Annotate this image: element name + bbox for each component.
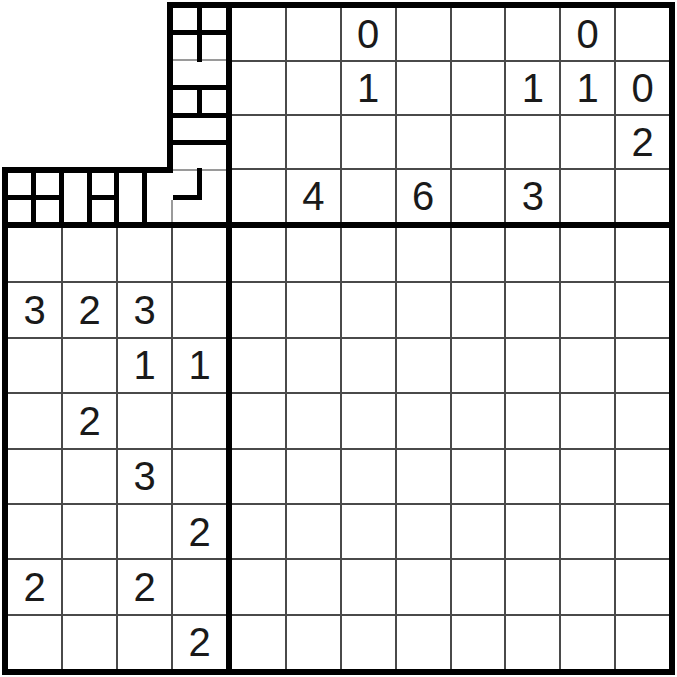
left-clue-cell-r2c3: 3: [118, 283, 171, 336]
grid-cell-r8c5[interactable]: [452, 616, 505, 669]
grid-cell-r1c7[interactable]: [561, 228, 614, 281]
top-clue-cell-r2c1: [232, 62, 285, 114]
legend-left-cross-hbar: [8, 195, 62, 200]
top-clue-cell-r4c6: 3: [506, 170, 559, 222]
border-grid-left: [226, 2, 232, 675]
left-clue-cell-r7c3: 2: [118, 560, 171, 613]
grid-cell-r5c1[interactable]: [232, 450, 285, 503]
top-clue-cell-r4c2: 4: [287, 170, 340, 222]
grid-cell-r2c4[interactable]: [397, 283, 450, 336]
top-clue-cell-r3c8: 2: [616, 116, 669, 168]
grid-cell-r3c8[interactable]: [616, 339, 669, 392]
left-clue-cell-r4c3: [118, 394, 171, 447]
grid-cell-r2c5[interactable]: [452, 283, 505, 336]
legend-top-straight-hbar: [173, 140, 226, 145]
grid-cell-r7c1[interactable]: [232, 560, 285, 613]
left-clue-cell-r6c4: 2: [173, 505, 226, 558]
left-clue-cell-r8c4: 2: [173, 616, 226, 669]
grid-cell-r7c4[interactable]: [397, 560, 450, 613]
grid-cell-r5c5[interactable]: [452, 450, 505, 503]
grid-cell-r1c5[interactable]: [452, 228, 505, 281]
grid-cell-r5c8[interactable]: [616, 450, 669, 503]
left-clue-area: 32311232222: [8, 228, 226, 669]
legend-left-divider-bar: [59, 173, 64, 222]
top-clue-cell-r2c5: [452, 62, 505, 114]
grid-cell-r4c7[interactable]: [561, 394, 614, 447]
grid-cell-r4c2[interactable]: [287, 394, 340, 447]
top-clue-cell-r3c7: [561, 116, 614, 168]
left-clue-cell-r2c4: [173, 283, 226, 336]
grid-cell-r7c7[interactable]: [561, 560, 614, 613]
border-right: [669, 2, 675, 675]
top-clue-cell-r4c5: [452, 170, 505, 222]
grid-cell-r8c1[interactable]: [232, 616, 285, 669]
top-clue-cell-r2c2: [287, 62, 340, 114]
left-clue-cell-r5c3: 3: [118, 450, 171, 503]
top-clue-cell-r2c3: 1: [342, 62, 395, 114]
left-clue-cell-r5c4: [173, 450, 226, 503]
grid-cell-r7c2[interactable]: [287, 560, 340, 613]
left-clue-cell-r6c2: [63, 505, 116, 558]
legend-left-divider-bar2: [114, 173, 119, 222]
play-grid: [232, 228, 669, 669]
grid-cell-r8c4[interactable]: [397, 616, 450, 669]
grid-cell-r4c1[interactable]: [232, 394, 285, 447]
border-left: [2, 167, 8, 675]
top-clue-cell-r3c4: [397, 116, 450, 168]
left-clue-cell-r7c4: [173, 560, 226, 613]
grid-cell-r7c6[interactable]: [506, 560, 559, 613]
grid-cell-r6c2[interactable]: [287, 505, 340, 558]
left-clue-cell-r1c4: [173, 228, 226, 281]
top-clue-cell-r1c4: [397, 8, 450, 60]
grid-cell-r7c5[interactable]: [452, 560, 505, 613]
left-clue-cell-r3c3: 1: [118, 339, 171, 392]
left-clue-cell-r4c1: [8, 394, 61, 447]
grid-cell-r6c6[interactable]: [506, 505, 559, 558]
grid-cell-r7c3[interactable]: [342, 560, 395, 613]
grid-cell-r5c4[interactable]: [397, 450, 450, 503]
grid-cell-r6c5[interactable]: [452, 505, 505, 558]
left-clue-cell-r4c2: 2: [63, 394, 116, 447]
grid-cell-r1c2[interactable]: [287, 228, 340, 281]
left-clue-cell-r8c2: [63, 616, 116, 669]
grid-cell-r8c8[interactable]: [616, 616, 669, 669]
top-clue-cell-r4c4: 6: [397, 170, 450, 222]
top-clue-cell-r2c8: 0: [616, 62, 669, 114]
left-clue-cell-r7c2: [63, 560, 116, 613]
border-step-horizontal: [2, 167, 173, 173]
legend-left-straight-vbar: [142, 173, 147, 222]
grid-cell-r1c4[interactable]: [397, 228, 450, 281]
left-clue-cell-r2c2: 2: [63, 283, 116, 336]
grid-cell-r2c8[interactable]: [616, 283, 669, 336]
top-clue-cell-r4c8: [616, 170, 669, 222]
left-clue-cell-r4c4: [173, 394, 226, 447]
grid-cell-r6c1[interactable]: [232, 505, 285, 558]
grid-cell-r3c7[interactable]: [561, 339, 614, 392]
legend-thin-line: [171, 200, 173, 222]
top-clue-cell-r1c3: 0: [342, 8, 395, 60]
grid-cell-r1c6[interactable]: [506, 228, 559, 281]
top-clue-cell-r2c7: 1: [561, 62, 614, 114]
top-clue-cell-r3c5: [452, 116, 505, 168]
left-clue-cell-r3c2: [63, 339, 116, 392]
left-clue-cell-r3c1: [8, 339, 61, 392]
grid-cell-r2c6[interactable]: [506, 283, 559, 336]
grid-cell-r8c3[interactable]: [342, 616, 395, 669]
grid-cell-r1c3[interactable]: [342, 228, 395, 281]
left-clue-cell-r5c2: [63, 450, 116, 503]
left-clue-cell-r1c1: [8, 228, 61, 281]
left-clue-cell-r6c1: [8, 505, 61, 558]
grid-cell-r5c7[interactable]: [561, 450, 614, 503]
grid-cell-r5c6[interactable]: [506, 450, 559, 503]
grid-cell-r3c1[interactable]: [232, 339, 285, 392]
grid-cell-r3c4[interactable]: [397, 339, 450, 392]
grid-cell-r3c6[interactable]: [506, 339, 559, 392]
border-step-vertical: [167, 2, 173, 173]
border-grid-top: [2, 222, 675, 228]
top-clue-cell-r1c1: [232, 8, 285, 60]
left-clue-cell-r5c1: [8, 450, 61, 503]
left-clue-cell-r3c4: 1: [173, 339, 226, 392]
left-clue-cell-r6c3: [118, 505, 171, 558]
legend-curve-hbar: [173, 195, 202, 200]
border-bottom: [2, 669, 675, 675]
grid-cell-r4c3[interactable]: [342, 394, 395, 447]
grid-cell-r6c3[interactable]: [342, 505, 395, 558]
legend-top-divider-bar: [173, 113, 226, 118]
grid-cell-r7c8[interactable]: [616, 560, 669, 613]
top-clue-cell-r1c7: 0: [561, 8, 614, 60]
left-clue-cell-r8c3: [118, 616, 171, 669]
top-clue-cell-r2c6: 1: [506, 62, 559, 114]
grid-cell-r4c5[interactable]: [452, 394, 505, 447]
legend-top-cross-vbar: [197, 8, 202, 62]
top-clue-cell-r4c3: [342, 170, 395, 222]
top-clue-cell-r4c1: [232, 170, 285, 222]
grid-cell-r1c1[interactable]: [232, 228, 285, 281]
top-clue-cell-r2c4: [397, 62, 450, 114]
left-clue-cell-r7c1: 2: [8, 560, 61, 613]
top-clue-area: 0011102463: [232, 8, 669, 222]
top-clue-cell-r4c7: [561, 170, 614, 222]
grid-cell-r2c2[interactable]: [287, 283, 340, 336]
grid-cell-r2c3[interactable]: [342, 283, 395, 336]
grid-cell-r6c4[interactable]: [397, 505, 450, 558]
grid-cell-r4c4[interactable]: [397, 394, 450, 447]
top-clue-cell-r3c3: [342, 116, 395, 168]
top-clue-cell-r1c2: [287, 8, 340, 60]
grid-cell-r2c7[interactable]: [561, 283, 614, 336]
grid-cell-r4c8[interactable]: [616, 394, 669, 447]
puzzle-board: 0011102463 32311232222: [0, 0, 677, 677]
grid-cell-r8c6[interactable]: [506, 616, 559, 669]
top-clue-cell-r3c2: [287, 116, 340, 168]
grid-cell-r4c6[interactable]: [506, 394, 559, 447]
grid-cell-r1c8[interactable]: [616, 228, 669, 281]
grid-cell-r6c7[interactable]: [561, 505, 614, 558]
top-clue-cell-r1c6: [506, 8, 559, 60]
grid-cell-r6c8[interactable]: [616, 505, 669, 558]
left-clue-cell-r1c3: [118, 228, 171, 281]
grid-cell-r5c3[interactable]: [342, 450, 395, 503]
left-clue-cell-r1c2: [63, 228, 116, 281]
grid-cell-r3c2[interactable]: [287, 339, 340, 392]
grid-cell-r5c2[interactable]: [287, 450, 340, 503]
top-clue-cell-r1c5: [452, 8, 505, 60]
legend-top-cross-hbar: [173, 30, 226, 35]
top-clue-cell-r3c6: [506, 116, 559, 168]
left-clue-cell-r8c1: [8, 616, 61, 669]
top-clue-cell-r3c1: [232, 116, 285, 168]
grid-cell-r8c2[interactable]: [287, 616, 340, 669]
grid-cell-r3c5[interactable]: [452, 339, 505, 392]
top-clue-cell-r1c8: [616, 8, 669, 60]
grid-cell-r2c1[interactable]: [232, 283, 285, 336]
border-top: [167, 2, 675, 8]
left-clue-cell-r2c1: 3: [8, 283, 61, 336]
grid-cell-r8c7[interactable]: [561, 616, 614, 669]
grid-cell-r3c3[interactable]: [342, 339, 395, 392]
